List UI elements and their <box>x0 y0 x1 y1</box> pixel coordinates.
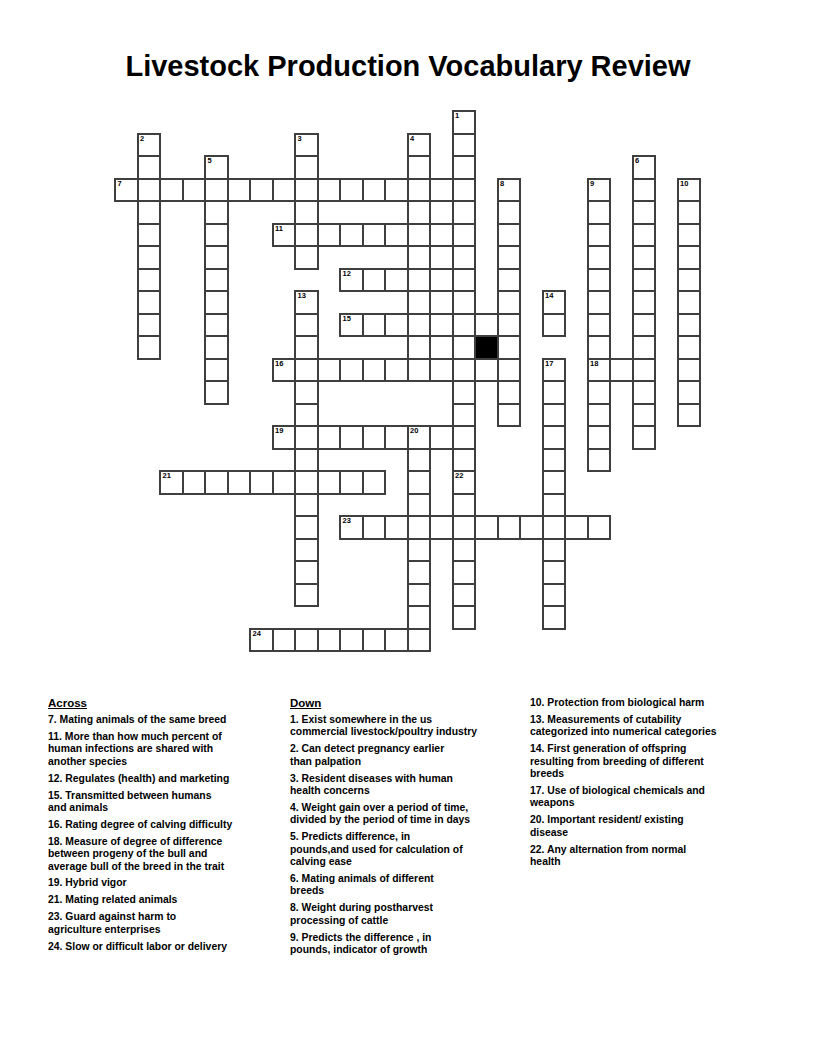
grid-cell[interactable] <box>408 336 431 359</box>
grid-cell[interactable] <box>408 314 431 337</box>
grid-cell[interactable] <box>610 359 633 382</box>
grid-cell[interactable]: 13 <box>295 291 318 314</box>
grid-cell[interactable] <box>588 269 611 292</box>
clue-item: 20. Important resident/ existing disease <box>530 814 772 839</box>
grid-cell[interactable] <box>430 359 453 382</box>
grid-cell[interactable]: 19 <box>273 426 296 449</box>
clue-item: 18. Measure of degree of difference betw… <box>48 836 276 873</box>
clue-item: 5. Predicts difference, in pounds,and us… <box>290 831 518 868</box>
grid-cell[interactable] <box>453 291 476 314</box>
grid-cell[interactable]: 23 <box>340 516 363 539</box>
black-cell <box>475 336 498 359</box>
grid-cell[interactable]: 17 <box>543 359 566 382</box>
grid-cell[interactable] <box>453 336 476 359</box>
grid-cell[interactable] <box>205 359 228 382</box>
grid-cell[interactable] <box>318 629 341 652</box>
grid-cell[interactable]: 2 <box>138 134 161 157</box>
grid-cell[interactable] <box>205 179 228 202</box>
grid-cell[interactable] <box>408 516 431 539</box>
grid-cell[interactable] <box>363 426 386 449</box>
grid-cell[interactable] <box>205 224 228 247</box>
across-clue-list: 7. Mating animals of the same breed11. M… <box>48 714 276 953</box>
clue-item: 13. Measurements of cutability categoriz… <box>530 714 772 739</box>
grid-cell[interactable] <box>678 404 701 427</box>
grid-cell[interactable] <box>453 269 476 292</box>
grid-cell[interactable] <box>205 246 228 269</box>
grid-cell[interactable] <box>633 314 656 337</box>
grid-cell[interactable] <box>453 246 476 269</box>
clue-item: 4. Weight gain over a period of time, di… <box>290 802 518 827</box>
clue-number-label: 17 <box>545 360 553 369</box>
clue-number-label: 2 <box>140 135 144 144</box>
grid-cell[interactable] <box>385 269 408 292</box>
clue-item: 19. Hybrid vigor <box>48 877 276 889</box>
grid-cell[interactable] <box>385 516 408 539</box>
grid-cell[interactable] <box>588 426 611 449</box>
clue-number-label: 1 <box>455 112 459 121</box>
grid-cell[interactable] <box>453 224 476 247</box>
grid-cell[interactable]: 18 <box>588 359 611 382</box>
grid-cell[interactable] <box>475 314 498 337</box>
grid-cell[interactable] <box>408 201 431 224</box>
grid-cell[interactable] <box>520 516 543 539</box>
grid-cell[interactable] <box>183 179 206 202</box>
grid-cell[interactable]: 4 <box>408 134 431 157</box>
grid-cell[interactable] <box>430 426 453 449</box>
grid-cell[interactable] <box>633 404 656 427</box>
grid-cell[interactable] <box>453 381 476 404</box>
grid-cell[interactable] <box>408 471 431 494</box>
grid-cell[interactable] <box>295 224 318 247</box>
grid-cell[interactable] <box>588 224 611 247</box>
grid-cell[interactable] <box>385 629 408 652</box>
grid-cell[interactable] <box>138 246 161 269</box>
grid-cell[interactable] <box>138 224 161 247</box>
grid-cell[interactable] <box>138 291 161 314</box>
grid-cell[interactable] <box>295 156 318 179</box>
grid-cell[interactable] <box>408 269 431 292</box>
grid-cell[interactable] <box>295 471 318 494</box>
grid-cell[interactable] <box>430 269 453 292</box>
grid-cell[interactable] <box>363 359 386 382</box>
grid-cell[interactable] <box>408 224 431 247</box>
clue-item: 12. Regulates (health) and marketing <box>48 773 276 785</box>
grid-cell[interactable] <box>633 359 656 382</box>
grid-cell[interactable] <box>385 224 408 247</box>
grid-cell[interactable] <box>565 516 588 539</box>
grid-cell[interactable] <box>250 179 273 202</box>
grid-cell[interactable] <box>363 314 386 337</box>
grid-cell[interactable] <box>588 404 611 427</box>
grid-cell[interactable] <box>453 404 476 427</box>
grid-cell[interactable] <box>160 179 183 202</box>
grid-cell[interactable] <box>498 404 521 427</box>
grid-cell[interactable] <box>498 336 521 359</box>
grid-cell[interactable] <box>633 426 656 449</box>
grid-cell[interactable] <box>138 314 161 337</box>
clue-item: 1. Exist somewhere in the us commercial … <box>290 714 518 739</box>
grid-cell[interactable] <box>250 471 273 494</box>
grid-cell[interactable] <box>273 471 296 494</box>
grid-cell[interactable] <box>633 381 656 404</box>
clue-number-label: 24 <box>253 630 261 639</box>
grid-cell[interactable] <box>498 224 521 247</box>
grid-cell[interactable]: 21 <box>160 471 183 494</box>
clue-item: 3. Resident diseases with human health c… <box>290 773 518 798</box>
grid-cell[interactable] <box>385 359 408 382</box>
clue-item: 8. Weight during postharvest processing … <box>290 902 518 927</box>
grid-cell[interactable] <box>363 224 386 247</box>
clue-number-label: 16 <box>275 360 283 369</box>
down-header: Down <box>290 697 518 709</box>
clue-item: 17. Use of biological chemicals and weap… <box>530 785 772 810</box>
grid-cell[interactable] <box>408 359 431 382</box>
clue-number-label: 13 <box>298 292 306 301</box>
grid-cell[interactable] <box>543 494 566 517</box>
grid-cell[interactable] <box>385 179 408 202</box>
grid-cell[interactable] <box>543 606 566 629</box>
grid-cell[interactable] <box>295 336 318 359</box>
grid-cell[interactable] <box>430 224 453 247</box>
grid-cell[interactable] <box>633 224 656 247</box>
grid-cell[interactable]: 16 <box>273 359 296 382</box>
grid-cell[interactable] <box>138 156 161 179</box>
grid-cell[interactable] <box>498 246 521 269</box>
grid-cell[interactable] <box>543 516 566 539</box>
grid-cell[interactable] <box>295 201 318 224</box>
grid-cell[interactable] <box>205 201 228 224</box>
grid-cell[interactable] <box>678 314 701 337</box>
grid-cell[interactable] <box>453 606 476 629</box>
grid-cell[interactable] <box>588 201 611 224</box>
clue-number-label: 23 <box>343 517 351 526</box>
across-clues-column: Across 7. Mating animals of the same bre… <box>48 697 276 958</box>
grid-cell[interactable] <box>138 336 161 359</box>
grid-cell[interactable]: 22 <box>453 471 476 494</box>
clue-number-label: 10 <box>680 180 688 189</box>
grid-cell[interactable] <box>363 269 386 292</box>
grid-cell[interactable] <box>430 516 453 539</box>
clue-item: 24. Slow or difficult labor or delivery <box>48 941 276 953</box>
grid-cell[interactable] <box>273 179 296 202</box>
grid-cell[interactable] <box>475 359 498 382</box>
grid-cell[interactable] <box>453 314 476 337</box>
grid-cell[interactable] <box>633 336 656 359</box>
grid-cell[interactable] <box>543 449 566 472</box>
grid-cell[interactable] <box>363 516 386 539</box>
clue-item: 22. Any alternation from normal health <box>530 844 772 869</box>
grid-cell[interactable] <box>138 269 161 292</box>
clue-number-label: 11 <box>275 225 283 234</box>
grid-cell[interactable] <box>408 449 431 472</box>
clue-item: 6. Mating animals of different breeds <box>290 873 518 898</box>
grid-cell[interactable] <box>678 291 701 314</box>
grid-cell[interactable] <box>228 179 251 202</box>
grid-cell[interactable] <box>408 156 431 179</box>
grid-cell[interactable] <box>588 291 611 314</box>
clue-number-label: 20 <box>410 427 418 436</box>
clue-item: 9. Predicts the difference , in pounds, … <box>290 932 518 957</box>
grid-cell[interactable] <box>453 134 476 157</box>
grid-cell[interactable] <box>408 629 431 652</box>
grid-cell[interactable] <box>385 426 408 449</box>
grid-cell[interactable] <box>205 291 228 314</box>
grid-cell[interactable] <box>408 494 431 517</box>
crossword-grid: 123456789101112131415161718192021222324 <box>115 111 701 652</box>
clue-number-label: 6 <box>635 157 639 166</box>
grid-cell[interactable] <box>678 269 701 292</box>
clue-item: 15. Transmitted between humans and anima… <box>48 790 276 815</box>
grid-cell[interactable] <box>475 516 498 539</box>
grid-cell[interactable] <box>678 224 701 247</box>
grid-cell[interactable]: 20 <box>408 426 431 449</box>
down-clues-continued-column: 10. Protection from biological harm13. M… <box>530 697 772 873</box>
grid-cell[interactable] <box>430 314 453 337</box>
clue-number-label: 3 <box>298 135 302 144</box>
clue-item: 11. More than how much percent of human … <box>48 731 276 768</box>
grid-cell[interactable] <box>543 471 566 494</box>
grid-cell[interactable] <box>588 449 611 472</box>
clue-number-label: 19 <box>275 427 283 436</box>
down-clue-list: 1. Exist somewhere in the us commercial … <box>290 714 518 956</box>
clue-item: 21. Mating related animals <box>48 894 276 906</box>
grid-cell[interactable] <box>363 629 386 652</box>
clue-number-label: 14 <box>545 292 553 301</box>
grid-cell[interactable]: 8 <box>498 179 521 202</box>
grid-cell[interactable] <box>453 494 476 517</box>
grid-cell[interactable] <box>498 314 521 337</box>
grid-cell[interactable] <box>295 561 318 584</box>
grid-cell[interactable] <box>498 516 521 539</box>
clue-item: 7. Mating animals of the same breed <box>48 714 276 726</box>
grid-cell[interactable] <box>453 156 476 179</box>
clue-item: 14. First generation of offspring result… <box>530 743 772 780</box>
grid-cell[interactable] <box>543 426 566 449</box>
grid-cell[interactable]: 7 <box>115 179 138 202</box>
grid-cell[interactable]: 15 <box>340 314 363 337</box>
grid-cell[interactable] <box>318 426 341 449</box>
grid-cell[interactable] <box>453 179 476 202</box>
grid-cell[interactable] <box>678 201 701 224</box>
grid-cell[interactable] <box>205 314 228 337</box>
grid-cell[interactable] <box>408 584 431 607</box>
grid-cell[interactable] <box>453 426 476 449</box>
grid-cell[interactable] <box>498 269 521 292</box>
clue-number-label: 7 <box>118 180 122 189</box>
grid-cell[interactable] <box>205 471 228 494</box>
grid-cell[interactable]: 11 <box>273 224 296 247</box>
grid-cell[interactable] <box>453 561 476 584</box>
grid-cell[interactable] <box>205 336 228 359</box>
grid-cell[interactable] <box>633 269 656 292</box>
grid-cell[interactable] <box>363 471 386 494</box>
page-title: Livestock Production Vocabulary Review <box>0 50 816 83</box>
grid-cell[interactable] <box>543 561 566 584</box>
grid-cell[interactable] <box>453 539 476 562</box>
down-clues-column: Down 1. Exist somewhere in the us commer… <box>290 697 518 961</box>
grid-cell[interactable] <box>408 291 431 314</box>
clue-number-label: 8 <box>500 180 504 189</box>
grid-cell[interactable] <box>678 359 701 382</box>
grid-cell[interactable] <box>295 426 318 449</box>
clue-number-label: 22 <box>455 472 463 481</box>
grid-cell[interactable] <box>453 449 476 472</box>
grid-cell[interactable]: 12 <box>340 269 363 292</box>
grid-cell[interactable]: 24 <box>250 629 273 652</box>
grid-cell[interactable] <box>340 426 363 449</box>
grid-cell[interactable] <box>228 471 251 494</box>
clue-number-label: 21 <box>163 472 171 481</box>
clue-number-label: 4 <box>410 135 414 144</box>
clue-number-label: 15 <box>343 315 351 324</box>
grid-cell[interactable] <box>295 629 318 652</box>
grid-cell[interactable] <box>318 471 341 494</box>
grid-cell[interactable] <box>588 516 611 539</box>
grid-cell[interactable] <box>678 381 701 404</box>
grid-cell[interactable] <box>498 381 521 404</box>
grid-cell[interactable]: 14 <box>543 291 566 314</box>
grid-cell[interactable] <box>498 201 521 224</box>
grid-cell[interactable] <box>295 314 318 337</box>
grid-cell[interactable] <box>295 539 318 562</box>
clue-item: 2. Can detect pregnancy earlier than pal… <box>290 743 518 768</box>
grid-cell[interactable] <box>295 494 318 517</box>
grid-cell[interactable]: 10 <box>678 179 701 202</box>
clue-number-label: 12 <box>343 270 351 279</box>
grid-cell[interactable]: 1 <box>453 111 476 134</box>
grid-cell[interactable] <box>363 179 386 202</box>
grid-cell[interactable] <box>295 516 318 539</box>
grid-cell[interactable] <box>408 179 431 202</box>
grid-cell[interactable] <box>543 381 566 404</box>
grid-cell[interactable] <box>273 629 296 652</box>
grid-cell[interactable] <box>183 471 206 494</box>
grid-cell[interactable] <box>543 404 566 427</box>
grid-cell[interactable] <box>295 179 318 202</box>
grid-cell[interactable] <box>318 359 341 382</box>
grid-cell[interactable] <box>340 224 363 247</box>
grid-cell[interactable] <box>340 629 363 652</box>
grid-cell[interactable] <box>295 381 318 404</box>
grid-cell[interactable] <box>633 246 656 269</box>
grid-cell[interactable] <box>295 584 318 607</box>
grid-cell[interactable] <box>453 584 476 607</box>
grid-cell[interactable] <box>678 246 701 269</box>
grid-cell[interactable] <box>498 291 521 314</box>
grid-cell[interactable] <box>340 359 363 382</box>
clue-number-label: 9 <box>590 180 594 189</box>
clue-number-label: 18 <box>590 360 598 369</box>
grid-cell[interactable] <box>408 246 431 269</box>
grid-cell[interactable] <box>385 314 408 337</box>
grid-cell[interactable] <box>588 246 611 269</box>
grid-cell[interactable]: 6 <box>633 156 656 179</box>
down-clue-list-continued: 10. Protection from biological harm13. M… <box>530 697 772 868</box>
grid-cell[interactable] <box>295 246 318 269</box>
grid-cell[interactable] <box>633 201 656 224</box>
grid-cell[interactable] <box>543 539 566 562</box>
grid-cell[interactable] <box>453 516 476 539</box>
grid-cell[interactable] <box>318 179 341 202</box>
grid-cell[interactable] <box>588 314 611 337</box>
clue-item: 16. Rating degree of calving difficulty <box>48 819 276 831</box>
grid-cell[interactable] <box>453 359 476 382</box>
grid-cell[interactable]: 5 <box>205 156 228 179</box>
clue-number-label: 5 <box>208 157 212 166</box>
grid-cell[interactable] <box>340 179 363 202</box>
grid-cell[interactable] <box>543 584 566 607</box>
grid-cell[interactable] <box>543 314 566 337</box>
grid-cell[interactable] <box>498 359 521 382</box>
grid-cell[interactable] <box>588 336 611 359</box>
grid-cell[interactable] <box>205 269 228 292</box>
grid-cell[interactable] <box>340 471 363 494</box>
grid-cell[interactable] <box>295 449 318 472</box>
grid-cell[interactable] <box>678 336 701 359</box>
grid-cell[interactable] <box>138 201 161 224</box>
grid-cell[interactable] <box>430 179 453 202</box>
across-header: Across <box>48 697 276 709</box>
grid-cell[interactable] <box>453 201 476 224</box>
grid-cell[interactable] <box>205 381 228 404</box>
grid-cell[interactable] <box>295 404 318 427</box>
grid-cell[interactable] <box>295 359 318 382</box>
grid-cell[interactable] <box>318 224 341 247</box>
grid-cell[interactable]: 3 <box>295 134 318 157</box>
grid-cell[interactable]: 9 <box>588 179 611 202</box>
grid-cell[interactable] <box>408 539 431 562</box>
clue-item: 23. Guard against harm to agriculture en… <box>48 911 276 936</box>
grid-cell[interactable] <box>408 606 431 629</box>
grid-cell[interactable] <box>138 179 161 202</box>
grid-cell[interactable] <box>588 381 611 404</box>
grid-cell[interactable] <box>633 179 656 202</box>
grid-cell[interactable] <box>633 291 656 314</box>
clue-item: 10. Protection from biological harm <box>530 697 772 709</box>
grid-cell[interactable] <box>408 561 431 584</box>
